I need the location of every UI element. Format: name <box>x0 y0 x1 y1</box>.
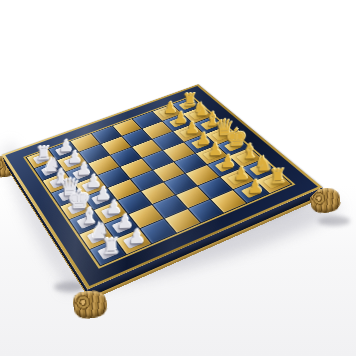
board-grid: ♜♟♟♜♞♟♟♞♝♟♟♝♛♟♟♛♚♟♟♚♝♟♟♝♞♟♟♞♜♟♟♜ <box>23 96 295 269</box>
board-foot-near <box>72 289 109 320</box>
gold-rook: ♜ <box>265 166 291 187</box>
silver-pawn: ♟ <box>123 227 151 247</box>
chess-board: ♜♟♟♜♞♟♟♞♝♟♟♝♛♟♟♛♚♟♟♚♝♟♟♝♞♟♟♞♜♟♟♜ <box>2 84 323 289</box>
gold-pawn: ♟ <box>243 177 269 196</box>
silver-rook: ♜ <box>97 235 125 258</box>
scene: ♜♟♟♜♞♟♟♞♝♟♟♝♛♟♟♛♚♟♟♚♝♟♟♝♞♟♟♞♜♟♟♜ <box>0 0 356 356</box>
product-photo: ♜♟♟♜♞♟♟♞♝♟♟♝♛♟♟♛♚♟♟♚♝♟♟♝♞♟♟♞♜♟♟♜ <box>0 0 356 356</box>
